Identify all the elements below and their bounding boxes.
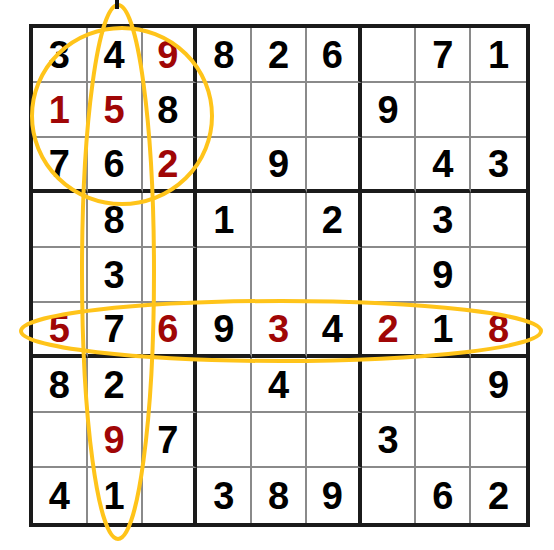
cell-r3c9[interactable]: 3 — [471, 138, 526, 193]
cell-r4c9[interactable] — [471, 193, 526, 248]
cell-r9c8[interactable]: 6 — [416, 468, 471, 523]
cell-r1c7[interactable] — [362, 28, 417, 83]
cell-r1c6[interactable]: 6 — [307, 28, 362, 83]
cell-r4c6[interactable]: 2 — [307, 193, 362, 248]
cell-r2c5[interactable] — [252, 83, 307, 138]
cell-r8c1[interactable] — [33, 413, 88, 468]
cell-r3c1[interactable]: 7 — [33, 138, 88, 193]
cell-r4c5[interactable] — [252, 193, 307, 248]
cell-r2c1[interactable]: 1 — [33, 83, 88, 138]
cell-r2c6[interactable] — [307, 83, 362, 138]
cell-r4c2[interactable]: 8 — [88, 193, 143, 248]
cell-r4c4[interactable]: 1 — [197, 193, 252, 248]
cell-r8c8[interactable] — [416, 413, 471, 468]
cell-r7c1[interactable]: 8 — [33, 358, 88, 413]
cell-r4c8[interactable]: 3 — [416, 193, 471, 248]
cell-r3c2[interactable]: 6 — [88, 138, 143, 193]
cell-r4c3[interactable] — [143, 193, 198, 248]
cell-r8c5[interactable] — [252, 413, 307, 468]
cell-r5c3[interactable] — [143, 248, 198, 303]
cell-r8c6[interactable] — [307, 413, 362, 468]
cell-r6c7[interactable]: 2 — [362, 303, 417, 358]
cell-r2c9[interactable] — [471, 83, 526, 138]
cell-r5c7[interactable] — [362, 248, 417, 303]
cell-r7c6[interactable] — [307, 358, 362, 413]
cell-r1c9[interactable]: 1 — [471, 28, 526, 83]
cell-r6c9[interactable]: 8 — [471, 303, 526, 358]
cell-r7c5[interactable]: 4 — [252, 358, 307, 413]
cell-r8c2[interactable]: 9 — [88, 413, 143, 468]
cell-r2c2[interactable]: 5 — [88, 83, 143, 138]
cell-r9c4[interactable]: 3 — [197, 468, 252, 523]
cell-r1c5[interactable]: 2 — [252, 28, 307, 83]
cell-r2c7[interactable]: 9 — [362, 83, 417, 138]
cell-r4c7[interactable] — [362, 193, 417, 248]
cell-r5c9[interactable] — [471, 248, 526, 303]
cell-r9c1[interactable]: 4 — [33, 468, 88, 523]
cell-r4c1[interactable] — [33, 193, 88, 248]
cell-r3c3[interactable]: 2 — [143, 138, 198, 193]
cell-r3c6[interactable] — [307, 138, 362, 193]
cell-r9c7[interactable] — [362, 468, 417, 523]
cell-r9c3[interactable] — [143, 468, 198, 523]
cell-r3c7[interactable] — [362, 138, 417, 193]
cell-r6c5[interactable]: 3 — [252, 303, 307, 358]
cell-r8c4[interactable] — [197, 413, 252, 468]
cell-r2c3[interactable]: 8 — [143, 83, 198, 138]
cell-r1c8[interactable]: 7 — [416, 28, 471, 83]
sudoku-board: 3498267115897629438123395769342188249973… — [29, 24, 530, 527]
cell-r1c3[interactable]: 9 — [143, 28, 198, 83]
cell-r3c5[interactable]: 9 — [252, 138, 307, 193]
cell-r9c5[interactable]: 8 — [252, 468, 307, 523]
cell-r6c8[interactable]: 1 — [416, 303, 471, 358]
sudoku-screenshot: 3498267115897629438123395769342188249973… — [0, 0, 554, 550]
cell-r2c8[interactable] — [416, 83, 471, 138]
cell-r8c3[interactable]: 7 — [143, 413, 198, 468]
cell-r7c7[interactable] — [362, 358, 417, 413]
cell-r7c8[interactable] — [416, 358, 471, 413]
cell-r5c4[interactable] — [197, 248, 252, 303]
top-tick-mark — [115, 0, 119, 9]
cell-r2c4[interactable] — [197, 83, 252, 138]
cell-r6c1[interactable]: 5 — [33, 303, 88, 358]
cell-r5c8[interactable]: 9 — [416, 248, 471, 303]
cell-r9c9[interactable]: 2 — [471, 468, 526, 523]
cell-r6c3[interactable]: 6 — [143, 303, 198, 358]
cell-r9c6[interactable]: 9 — [307, 468, 362, 523]
cell-r7c9[interactable]: 9 — [471, 358, 526, 413]
cell-r1c2[interactable]: 4 — [88, 28, 143, 83]
cell-r1c1[interactable]: 3 — [33, 28, 88, 83]
cell-r5c6[interactable] — [307, 248, 362, 303]
cell-r1c4[interactable]: 8 — [197, 28, 252, 83]
cell-r3c4[interactable] — [197, 138, 252, 193]
cell-r6c6[interactable]: 4 — [307, 303, 362, 358]
cell-r7c3[interactable] — [143, 358, 198, 413]
cell-r7c4[interactable] — [197, 358, 252, 413]
cell-r5c5[interactable] — [252, 248, 307, 303]
cell-r3c8[interactable]: 4 — [416, 138, 471, 193]
cell-r5c2[interactable]: 3 — [88, 248, 143, 303]
cell-r9c2[interactable]: 1 — [88, 468, 143, 523]
cell-r7c2[interactable]: 2 — [88, 358, 143, 413]
cell-r5c1[interactable] — [33, 248, 88, 303]
cell-r8c7[interactable]: 3 — [362, 413, 417, 468]
cell-r8c9[interactable] — [471, 413, 526, 468]
cell-r6c4[interactable]: 9 — [197, 303, 252, 358]
cell-r6c2[interactable]: 7 — [88, 303, 143, 358]
